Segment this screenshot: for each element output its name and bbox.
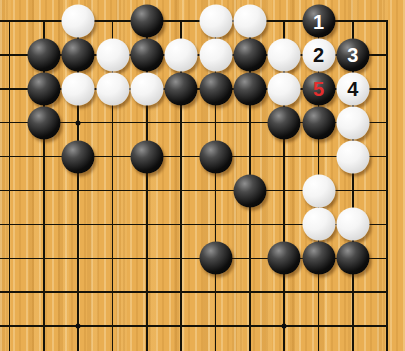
stone-white: [96, 38, 129, 71]
stone-white: [268, 72, 301, 105]
move-number-label: 5: [313, 79, 324, 99]
stone-white: [199, 5, 232, 38]
stone-black: [199, 242, 232, 275]
grid-line-horizontal: [0, 291, 388, 293]
stone-black: [233, 174, 266, 207]
grid-line-horizontal: [0, 325, 388, 327]
move-number-label: 2: [313, 45, 324, 65]
stone-black: [233, 38, 266, 71]
stone-black: [336, 242, 369, 275]
move-number-label: 3: [347, 45, 358, 65]
stone-white: [62, 72, 95, 105]
stone-black: [199, 72, 232, 105]
move-number-label: 4: [347, 79, 358, 99]
stone-black: [268, 106, 301, 139]
stone-black: [165, 72, 198, 105]
stone-white: [302, 174, 335, 207]
stone-white: [96, 72, 129, 105]
move-4-stone-white: 4: [336, 72, 369, 105]
stone-white: [336, 140, 369, 173]
stone-black: [199, 140, 232, 173]
grid-line-vertical: [386, 20, 388, 351]
stone-black: [27, 38, 60, 71]
grid-line-horizontal: [0, 156, 388, 158]
stone-white: [336, 106, 369, 139]
stone-black: [233, 72, 266, 105]
stone-black: [62, 38, 95, 71]
move-1-stone-black: 1: [302, 5, 335, 38]
move-5-stone-black: 5: [302, 72, 335, 105]
stone-black: [62, 140, 95, 173]
stone-white: [233, 5, 266, 38]
stone-white: [199, 38, 232, 71]
star-point: [76, 120, 81, 125]
stone-white: [62, 5, 95, 38]
stone-black: [27, 72, 60, 105]
grid-line-vertical: [9, 20, 11, 351]
stone-black: [302, 106, 335, 139]
stone-black: [302, 242, 335, 275]
star-point: [282, 324, 287, 329]
star-point: [76, 324, 81, 329]
stone-white: [165, 38, 198, 71]
stone-black: [27, 106, 60, 139]
stone-white: [130, 72, 163, 105]
go-board[interactable]: 12354: [0, 0, 405, 351]
stone-black: [130, 140, 163, 173]
move-number-label: 1: [313, 11, 324, 31]
stone-black: [130, 5, 163, 38]
stone-white: [336, 208, 369, 241]
stone-black: [130, 38, 163, 71]
stone-white: [268, 38, 301, 71]
move-3-stone-black: 3: [336, 38, 369, 71]
stone-black: [268, 242, 301, 275]
move-2-stone-white: 2: [302, 38, 335, 71]
stone-white: [302, 208, 335, 241]
